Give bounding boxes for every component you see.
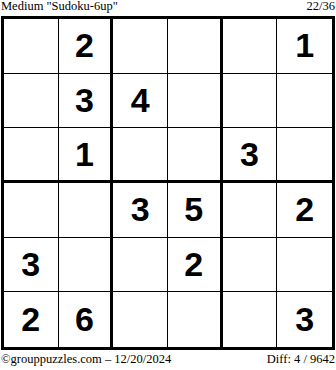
cell-r2c4 bbox=[168, 74, 223, 129]
puzzle-title: Medium "Sudoku-6up" bbox=[1, 0, 118, 13]
cell-r5c3 bbox=[113, 238, 168, 293]
cell-r1c6: 1 bbox=[277, 19, 332, 74]
cell-r4c5 bbox=[223, 183, 278, 238]
cell-r6c2: 6 bbox=[59, 292, 114, 347]
cell-r3c3 bbox=[113, 128, 168, 183]
cell-r3c5: 3 bbox=[223, 128, 278, 183]
cell-r2c1 bbox=[4, 74, 59, 129]
cell-r5c5 bbox=[223, 238, 278, 293]
cell-r4c4: 5 bbox=[168, 183, 223, 238]
cell-r4c3: 3 bbox=[113, 183, 168, 238]
cell-r2c3: 4 bbox=[113, 74, 168, 129]
cell-r6c6: 3 bbox=[277, 292, 332, 347]
puzzle-footer: ©grouppuzzles.com – 12/20/2024 Diff: 4 /… bbox=[0, 350, 336, 366]
copyright-date: ©grouppuzzles.com – 12/20/2024 bbox=[1, 353, 171, 366]
cell-r3c1 bbox=[4, 128, 59, 183]
cell-r2c2: 3 bbox=[59, 74, 114, 129]
cell-r5c2 bbox=[59, 238, 114, 293]
cell-r2c5 bbox=[223, 74, 278, 129]
sudoku-grid: 2 1 3 4 1 3 3 5 2 3 2 2 6 3 bbox=[1, 16, 335, 350]
puzzle-page: Medium "Sudoku-6up" 22/36 2 1 3 4 1 3 3 … bbox=[0, 0, 336, 370]
cell-r1c1 bbox=[4, 19, 59, 74]
cell-r6c4 bbox=[168, 292, 223, 347]
cell-r5c1: 3 bbox=[4, 238, 59, 293]
solved-counter: 22/36 bbox=[307, 0, 335, 13]
cell-r1c3 bbox=[113, 19, 168, 74]
cell-r6c3 bbox=[113, 292, 168, 347]
cell-r4c1 bbox=[4, 183, 59, 238]
difficulty-label: Diff: 4 / 9642 bbox=[267, 353, 335, 366]
cell-r4c2 bbox=[59, 183, 114, 238]
cell-r5c4: 2 bbox=[168, 238, 223, 293]
cell-r5c6 bbox=[277, 238, 332, 293]
cell-r1c5 bbox=[223, 19, 278, 74]
cell-r6c1: 2 bbox=[4, 292, 59, 347]
cell-r1c2: 2 bbox=[59, 19, 114, 74]
cell-r4c6: 2 bbox=[277, 183, 332, 238]
cell-r2c6 bbox=[277, 74, 332, 129]
cell-r3c2: 1 bbox=[59, 128, 114, 183]
cell-r6c5 bbox=[223, 292, 278, 347]
cell-r3c6 bbox=[277, 128, 332, 183]
puzzle-header: Medium "Sudoku-6up" 22/36 bbox=[0, 0, 336, 16]
cell-r3c4 bbox=[168, 128, 223, 183]
cell-r1c4 bbox=[168, 19, 223, 74]
